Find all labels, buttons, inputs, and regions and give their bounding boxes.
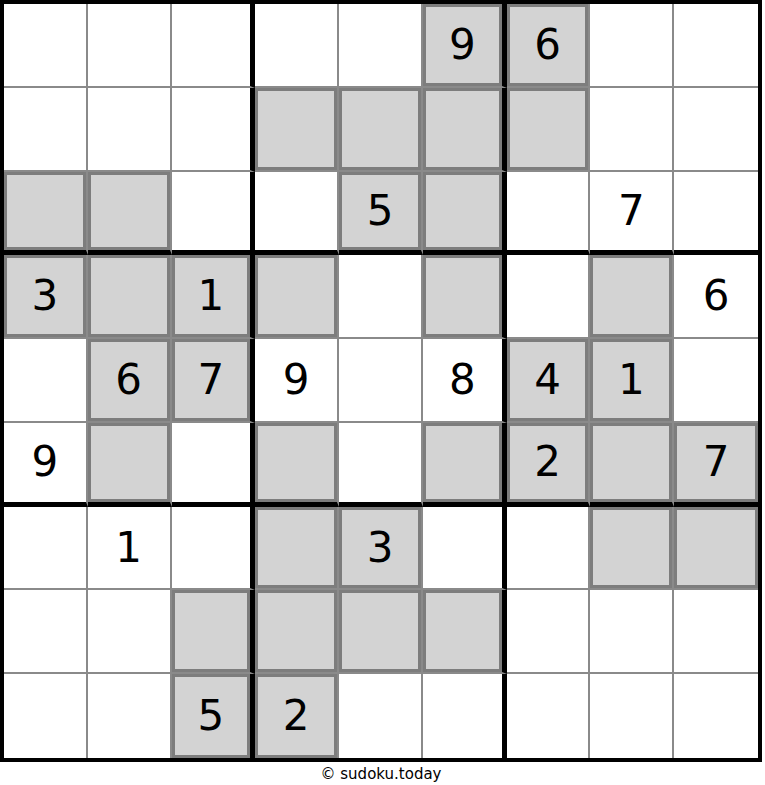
cell-r2c9[interactable] (674, 88, 758, 172)
cell-r3c3[interactable] (172, 172, 256, 256)
cell-r8c5[interactable] (339, 590, 423, 674)
cell-r8c3[interactable] (172, 590, 256, 674)
cell-r5c7[interactable]: 4 (507, 339, 591, 423)
cell-r2c2[interactable] (88, 88, 172, 172)
cell-r2c8[interactable] (590, 88, 674, 172)
cell-r4c7[interactable] (507, 255, 591, 339)
cell-r1c1[interactable] (4, 4, 88, 88)
cell-r3c4[interactable] (255, 172, 339, 256)
footer-credit: © sudoku.today (0, 763, 762, 785)
cell-r6c4[interactable] (255, 423, 339, 507)
cell-r9c4[interactable]: 2 (255, 674, 339, 758)
cell-r8c4[interactable] (255, 590, 339, 674)
cell-r5c1[interactable] (4, 339, 88, 423)
cell-r1c8[interactable] (590, 4, 674, 88)
cell-r2c6[interactable] (423, 88, 507, 172)
cell-r5c2[interactable]: 6 (88, 339, 172, 423)
cell-r8c7[interactable] (507, 590, 591, 674)
cell-r8c2[interactable] (88, 590, 172, 674)
cell-r3c8[interactable]: 7 (590, 172, 674, 256)
cell-r6c8[interactable] (590, 423, 674, 507)
cell-r4c8[interactable] (590, 255, 674, 339)
cell-r7c8[interactable] (590, 507, 674, 591)
cell-r9c2[interactable] (88, 674, 172, 758)
cell-r4c5[interactable] (339, 255, 423, 339)
cell-r1c5[interactable] (339, 4, 423, 88)
cell-r8c6[interactable] (423, 590, 507, 674)
cell-r7c5[interactable]: 3 (339, 507, 423, 591)
cell-r7c1[interactable] (4, 507, 88, 591)
cell-r2c7[interactable] (507, 88, 591, 172)
cell-r8c9[interactable] (674, 590, 758, 674)
cell-r3c5[interactable]: 5 (339, 172, 423, 256)
cell-r8c8[interactable] (590, 590, 674, 674)
cell-r4c4[interactable] (255, 255, 339, 339)
cell-r2c3[interactable] (172, 88, 256, 172)
cell-r1c6[interactable]: 9 (423, 4, 507, 88)
cell-r6c5[interactable] (339, 423, 423, 507)
cell-r9c3[interactable]: 5 (172, 674, 256, 758)
cell-r7c3[interactable] (172, 507, 256, 591)
cell-r6c9[interactable]: 7 (674, 423, 758, 507)
cell-r9c9[interactable] (674, 674, 758, 758)
cell-r1c7[interactable]: 6 (507, 4, 591, 88)
cell-r1c9[interactable] (674, 4, 758, 88)
cell-r6c6[interactable] (423, 423, 507, 507)
cell-r3c6[interactable] (423, 172, 507, 256)
cell-r9c6[interactable] (423, 674, 507, 758)
cell-r7c6[interactable] (423, 507, 507, 591)
cell-r5c4[interactable]: 9 (255, 339, 339, 423)
cell-r7c4[interactable] (255, 507, 339, 591)
cell-r1c4[interactable] (255, 4, 339, 88)
cell-r1c3[interactable] (172, 4, 256, 88)
cell-r6c3[interactable] (172, 423, 256, 507)
cell-r7c9[interactable] (674, 507, 758, 591)
cell-r4c1[interactable]: 3 (4, 255, 88, 339)
cell-r9c5[interactable] (339, 674, 423, 758)
cell-r1c2[interactable] (88, 4, 172, 88)
cell-r5c5[interactable] (339, 339, 423, 423)
cell-r4c2[interactable] (88, 255, 172, 339)
cell-r8c1[interactable] (4, 590, 88, 674)
cell-r9c1[interactable] (4, 674, 88, 758)
cell-r3c1[interactable] (4, 172, 88, 256)
cell-r5c6[interactable]: 8 (423, 339, 507, 423)
cell-r6c7[interactable]: 2 (507, 423, 591, 507)
cell-r4c6[interactable] (423, 255, 507, 339)
cell-r5c3[interactable]: 7 (172, 339, 256, 423)
sudoku-page: 96573166798419271352 © sudoku.today (0, 0, 765, 785)
cell-r5c9[interactable] (674, 339, 758, 423)
cell-r7c7[interactable] (507, 507, 591, 591)
cell-r2c4[interactable] (255, 88, 339, 172)
cell-r2c1[interactable] (4, 88, 88, 172)
cell-r9c7[interactable] (507, 674, 591, 758)
cell-r3c7[interactable] (507, 172, 591, 256)
cell-r4c3[interactable]: 1 (172, 255, 256, 339)
cell-r2c5[interactable] (339, 88, 423, 172)
cell-r6c1[interactable]: 9 (4, 423, 88, 507)
cell-r9c8[interactable] (590, 674, 674, 758)
sudoku-board: 96573166798419271352 (0, 0, 762, 762)
cell-r7c2[interactable]: 1 (88, 507, 172, 591)
cell-r5c8[interactable]: 1 (590, 339, 674, 423)
cell-r4c9[interactable]: 6 (674, 255, 758, 339)
cell-r6c2[interactable] (88, 423, 172, 507)
cell-r3c2[interactable] (88, 172, 172, 256)
cell-r3c9[interactable] (674, 172, 758, 256)
